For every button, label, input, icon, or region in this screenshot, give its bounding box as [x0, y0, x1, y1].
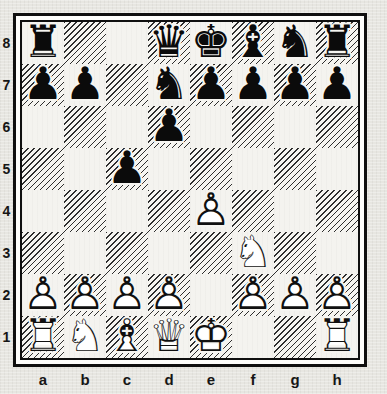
square-f1[interactable]	[232, 316, 274, 358]
rank-labels: 8 7 6 5 4 3 2 1	[0, 22, 13, 358]
piece-outline: ♕	[148, 316, 190, 358]
square-b4[interactable]	[64, 190, 106, 232]
piece-outline: ♘	[64, 316, 106, 358]
square-e3[interactable]	[190, 232, 232, 274]
file-label-f: f	[232, 371, 274, 391]
square-b7[interactable]: ♟	[64, 64, 106, 106]
piece-white-bishop-c1: ♝♗	[106, 316, 148, 358]
piece-outline: ♙	[232, 274, 274, 316]
piece-white-pawn-e4: ♟♙	[190, 190, 232, 232]
square-a6[interactable]	[22, 106, 64, 148]
piece-black-pawn-h7: ♟	[316, 64, 358, 106]
file-label-c: c	[106, 371, 148, 391]
rank-label-3: 3	[0, 232, 13, 274]
square-f2[interactable]: ♟♙	[232, 274, 274, 316]
piece-outline: ♗	[106, 316, 148, 358]
rank-label-7: 7	[0, 64, 13, 106]
file-label-e: e	[190, 371, 232, 391]
square-d1[interactable]: ♛♕	[148, 316, 190, 358]
piece-outline: ♖	[22, 316, 64, 358]
chess-board: ♜♛♚♝♞♜♟♟♞♟♟♟♟♟♟♟♙♞♘♟♙♟♙♟♙♟♙♟♙♟♙♟♙♜♖♞♘♝♗♛…	[20, 20, 360, 360]
square-h1[interactable]: ♜♖	[316, 316, 358, 358]
piece-black-pawn-f7: ♟	[232, 64, 274, 106]
rank-label-4: 4	[0, 190, 13, 232]
square-c8[interactable]	[106, 22, 148, 64]
file-labels: a b c d e f g h	[22, 371, 358, 391]
square-h4[interactable]	[316, 190, 358, 232]
square-e7[interactable]: ♟	[190, 64, 232, 106]
rank-label-8: 8	[0, 22, 13, 64]
file-label-h: h	[316, 371, 358, 391]
piece-black-pawn-b7: ♟	[64, 64, 106, 106]
piece-outline: ♙	[190, 190, 232, 232]
square-g7[interactable]: ♟	[274, 64, 316, 106]
square-g1[interactable]	[274, 316, 316, 358]
piece-black-pawn-d6: ♟	[148, 106, 190, 148]
piece-white-rook-h1: ♜♖	[316, 316, 358, 358]
piece-white-queen-d1: ♛♕	[148, 316, 190, 358]
square-c7[interactable]	[106, 64, 148, 106]
square-b6[interactable]	[64, 106, 106, 148]
piece-outline: ♙	[274, 274, 316, 316]
piece-white-pawn-g2: ♟♙	[274, 274, 316, 316]
piece-white-pawn-f2: ♟♙	[232, 274, 274, 316]
file-label-a: a	[22, 371, 64, 391]
square-g6[interactable]	[274, 106, 316, 148]
chess-diagram-page: { "game": "chess", "position": { "fen": …	[0, 0, 387, 394]
square-e6[interactable]	[190, 106, 232, 148]
file-label-b: b	[64, 371, 106, 391]
piece-black-pawn-c5: ♟	[106, 148, 148, 190]
square-b5[interactable]	[64, 148, 106, 190]
square-d4[interactable]	[148, 190, 190, 232]
piece-outline: ♔	[190, 316, 232, 358]
square-g4[interactable]	[274, 190, 316, 232]
piece-black-pawn-a7: ♟	[22, 64, 64, 106]
square-c5[interactable]: ♟	[106, 148, 148, 190]
square-f5[interactable]	[232, 148, 274, 190]
square-e1[interactable]: ♚♔	[190, 316, 232, 358]
square-a7[interactable]: ♟	[22, 64, 64, 106]
square-c1[interactable]: ♝♗	[106, 316, 148, 358]
square-h7[interactable]: ♟	[316, 64, 358, 106]
square-g5[interactable]	[274, 148, 316, 190]
square-d5[interactable]	[148, 148, 190, 190]
square-a1[interactable]: ♜♖	[22, 316, 64, 358]
square-h6[interactable]	[316, 106, 358, 148]
rank-label-2: 2	[0, 274, 13, 316]
square-f7[interactable]: ♟	[232, 64, 274, 106]
square-b1[interactable]: ♞♘	[64, 316, 106, 358]
square-d6[interactable]: ♟	[148, 106, 190, 148]
rank-label-5: 5	[0, 148, 13, 190]
piece-outline: ♖	[316, 316, 358, 358]
square-a4[interactable]	[22, 190, 64, 232]
chess-board-frame: ♜♛♚♝♞♜♟♟♞♟♟♟♟♟♟♟♙♞♘♟♙♟♙♟♙♟♙♟♙♟♙♟♙♜♖♞♘♝♗♛…	[13, 13, 367, 367]
piece-white-rook-a1: ♜♖	[22, 316, 64, 358]
piece-white-knight-b1: ♞♘	[64, 316, 106, 358]
piece-white-king-e1: ♚♔	[190, 316, 232, 358]
piece-black-pawn-e7: ♟	[190, 64, 232, 106]
file-label-d: d	[148, 371, 190, 391]
square-a5[interactable]	[22, 148, 64, 190]
square-e4[interactable]: ♟♙	[190, 190, 232, 232]
square-c4[interactable]	[106, 190, 148, 232]
square-g2[interactable]: ♟♙	[274, 274, 316, 316]
rank-label-6: 6	[0, 106, 13, 148]
file-label-g: g	[274, 371, 316, 391]
square-f6[interactable]	[232, 106, 274, 148]
rank-label-1: 1	[0, 316, 13, 358]
square-h5[interactable]	[316, 148, 358, 190]
piece-black-pawn-g7: ♟	[274, 64, 316, 106]
